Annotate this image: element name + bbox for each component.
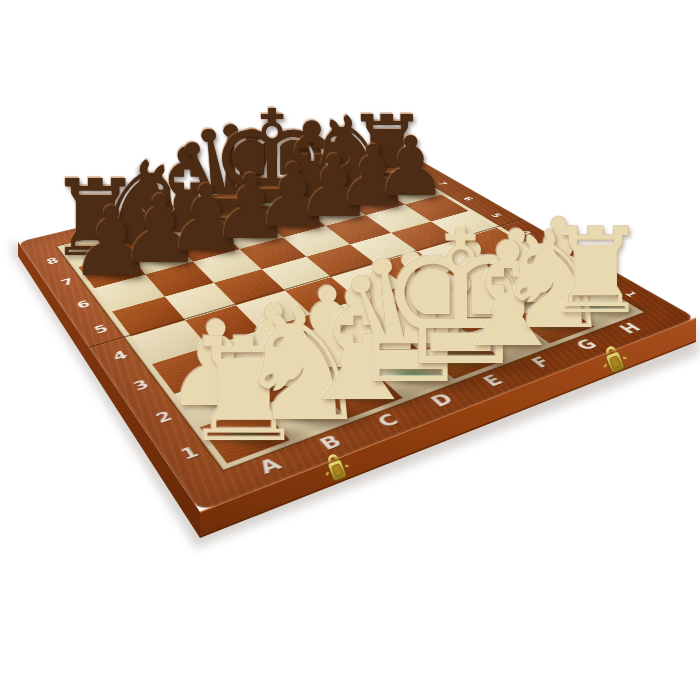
piece-white-rook-h1[interactable]: ♜ — [542, 212, 648, 331]
pieces-layer: ♜♞♝♛♚♝♞♜♟♟♟♟♟♟♟♟♟♟♟♟♟♟♟♟♜♞♝♛♚♝♞♜ — [0, 0, 700, 700]
photo-canvas: AA11BB22CC33DD44EE55FF66GG77HH88 ♜♞♝♛♚♝♞… — [0, 0, 700, 700]
